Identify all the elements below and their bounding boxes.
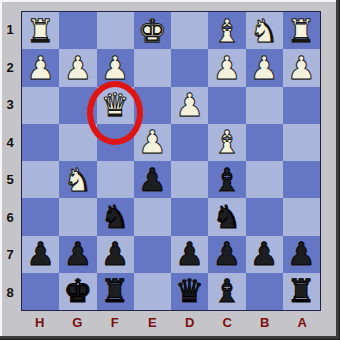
white-pawn: ♟ bbox=[208, 49, 245, 86]
square-h7[interactable]: ♟ bbox=[22, 236, 59, 273]
square-g4[interactable] bbox=[59, 124, 96, 161]
black-pawn: ♟ bbox=[97, 236, 134, 273]
black-knight: ♞ bbox=[97, 198, 134, 235]
white-pawn: ♟ bbox=[22, 49, 59, 86]
square-h4[interactable] bbox=[22, 124, 59, 161]
square-f4[interactable] bbox=[97, 124, 134, 161]
file-label-g: G bbox=[59, 309, 97, 335]
square-c5[interactable]: ♝ bbox=[208, 161, 245, 198]
file-label-c: C bbox=[209, 309, 247, 335]
square-a5[interactable] bbox=[283, 161, 320, 198]
black-pawn: ♟ bbox=[208, 236, 245, 273]
white-pawn: ♟ bbox=[59, 49, 96, 86]
square-c6[interactable]: ♞ bbox=[208, 198, 245, 235]
chess-board: ♜♚♝♞♜♟♟♟♟♟♟♛♟♟♝♞♟♝♞♞♟♟♟♟♟♟♟♚♜♛♝♜ bbox=[21, 11, 321, 311]
square-e5[interactable]: ♟ bbox=[134, 161, 171, 198]
black-bishop: ♝ bbox=[208, 273, 245, 310]
black-king: ♚ bbox=[59, 273, 96, 310]
white-pawn: ♟ bbox=[97, 49, 134, 86]
square-f7[interactable]: ♟ bbox=[97, 236, 134, 273]
white-pawn: ♟ bbox=[246, 49, 283, 86]
file-label-b: B bbox=[246, 309, 284, 335]
black-rook: ♜ bbox=[283, 273, 320, 310]
white-knight: ♞ bbox=[59, 161, 96, 198]
black-pawn: ♟ bbox=[134, 161, 171, 198]
square-f5[interactable] bbox=[97, 161, 134, 198]
square-e3[interactable] bbox=[134, 87, 171, 124]
square-f1[interactable] bbox=[97, 12, 134, 49]
rank-label-5: 5 bbox=[0, 161, 20, 199]
white-rook: ♜ bbox=[22, 12, 59, 49]
rank-labels: 1 2 3 4 5 6 7 8 bbox=[0, 11, 20, 311]
square-f2[interactable]: ♟ bbox=[97, 49, 134, 86]
black-queen: ♛ bbox=[171, 273, 208, 310]
rank-label-4: 4 bbox=[0, 124, 20, 162]
square-a2[interactable]: ♟ bbox=[283, 49, 320, 86]
square-e1[interactable]: ♚ bbox=[134, 12, 171, 49]
square-h3[interactable] bbox=[22, 87, 59, 124]
rank-label-1: 1 bbox=[0, 11, 20, 49]
black-pawn: ♟ bbox=[246, 236, 283, 273]
diagram-frame: 1 2 3 4 5 6 7 8 ♜♚♝♞♜♟♟♟♟♟♟♛♟♟♝♞♟♝♞♞♟♟♟♟… bbox=[0, 0, 340, 340]
square-d4[interactable] bbox=[171, 124, 208, 161]
square-e2[interactable] bbox=[134, 49, 171, 86]
white-rook: ♜ bbox=[283, 12, 320, 49]
square-f3[interactable]: ♛ bbox=[97, 87, 134, 124]
square-h2[interactable]: ♟ bbox=[22, 49, 59, 86]
file-label-a: A bbox=[284, 309, 322, 335]
black-pawn: ♟ bbox=[22, 236, 59, 273]
file-label-h: H bbox=[21, 309, 59, 335]
white-pawn: ♟ bbox=[171, 87, 208, 124]
square-a3[interactable] bbox=[283, 87, 320, 124]
square-a6[interactable] bbox=[283, 198, 320, 235]
square-c3[interactable] bbox=[208, 87, 245, 124]
square-d8[interactable]: ♛ bbox=[171, 273, 208, 310]
black-bishop: ♝ bbox=[208, 161, 245, 198]
file-label-f: F bbox=[96, 309, 134, 335]
square-g8[interactable]: ♚ bbox=[59, 273, 96, 310]
square-c1[interactable]: ♝ bbox=[208, 12, 245, 49]
white-bishop: ♝ bbox=[208, 12, 245, 49]
file-label-d: D bbox=[171, 309, 209, 335]
square-d6[interactable] bbox=[171, 198, 208, 235]
square-g3[interactable] bbox=[59, 87, 96, 124]
square-e4[interactable]: ♟ bbox=[134, 124, 171, 161]
square-d2[interactable] bbox=[171, 49, 208, 86]
white-king: ♚ bbox=[134, 12, 171, 49]
file-label-e: E bbox=[134, 309, 172, 335]
square-c7[interactable]: ♟ bbox=[208, 236, 245, 273]
square-c2[interactable]: ♟ bbox=[208, 49, 245, 86]
white-knight: ♞ bbox=[246, 12, 283, 49]
square-h8[interactable] bbox=[22, 273, 59, 310]
square-d3[interactable]: ♟ bbox=[171, 87, 208, 124]
black-rook: ♜ bbox=[97, 273, 134, 310]
black-pawn: ♟ bbox=[59, 236, 96, 273]
rank-label-7: 7 bbox=[0, 236, 20, 274]
white-queen: ♛ bbox=[97, 87, 134, 124]
square-h5[interactable] bbox=[22, 161, 59, 198]
square-b8[interactable] bbox=[246, 273, 283, 310]
square-g2[interactable]: ♟ bbox=[59, 49, 96, 86]
square-f8[interactable]: ♜ bbox=[97, 273, 134, 310]
square-c4[interactable]: ♝ bbox=[208, 124, 245, 161]
square-c8[interactable]: ♝ bbox=[208, 273, 245, 310]
square-a7[interactable]: ♟ bbox=[283, 236, 320, 273]
square-b5[interactable] bbox=[246, 161, 283, 198]
square-d1[interactable] bbox=[171, 12, 208, 49]
square-h1[interactable]: ♜ bbox=[22, 12, 59, 49]
square-e6[interactable] bbox=[134, 198, 171, 235]
black-pawn: ♟ bbox=[171, 236, 208, 273]
file-labels: H G F E D C B A bbox=[21, 309, 321, 335]
white-bishop: ♝ bbox=[208, 124, 245, 161]
square-g1[interactable] bbox=[59, 12, 96, 49]
square-b2[interactable]: ♟ bbox=[246, 49, 283, 86]
square-b1[interactable]: ♞ bbox=[246, 12, 283, 49]
square-e8[interactable] bbox=[134, 273, 171, 310]
square-b7[interactable]: ♟ bbox=[246, 236, 283, 273]
black-knight: ♞ bbox=[208, 198, 245, 235]
square-e7[interactable] bbox=[134, 236, 171, 273]
square-b6[interactable] bbox=[246, 198, 283, 235]
square-f6[interactable]: ♞ bbox=[97, 198, 134, 235]
white-pawn: ♟ bbox=[134, 124, 171, 161]
rank-label-3: 3 bbox=[0, 86, 20, 124]
square-b4[interactable] bbox=[246, 124, 283, 161]
square-d5[interactable] bbox=[171, 161, 208, 198]
rank-label-2: 2 bbox=[0, 49, 20, 87]
black-pawn: ♟ bbox=[283, 236, 320, 273]
rank-label-8: 8 bbox=[0, 274, 20, 312]
square-a4[interactable] bbox=[283, 124, 320, 161]
square-h6[interactable] bbox=[22, 198, 59, 235]
square-g7[interactable]: ♟ bbox=[59, 236, 96, 273]
square-a1[interactable]: ♜ bbox=[283, 12, 320, 49]
square-b3[interactable] bbox=[246, 87, 283, 124]
square-a8[interactable]: ♜ bbox=[283, 273, 320, 310]
white-pawn: ♟ bbox=[283, 49, 320, 86]
square-g6[interactable] bbox=[59, 198, 96, 235]
rank-label-6: 6 bbox=[0, 199, 20, 237]
square-g5[interactable]: ♞ bbox=[59, 161, 96, 198]
square-d7[interactable]: ♟ bbox=[171, 236, 208, 273]
